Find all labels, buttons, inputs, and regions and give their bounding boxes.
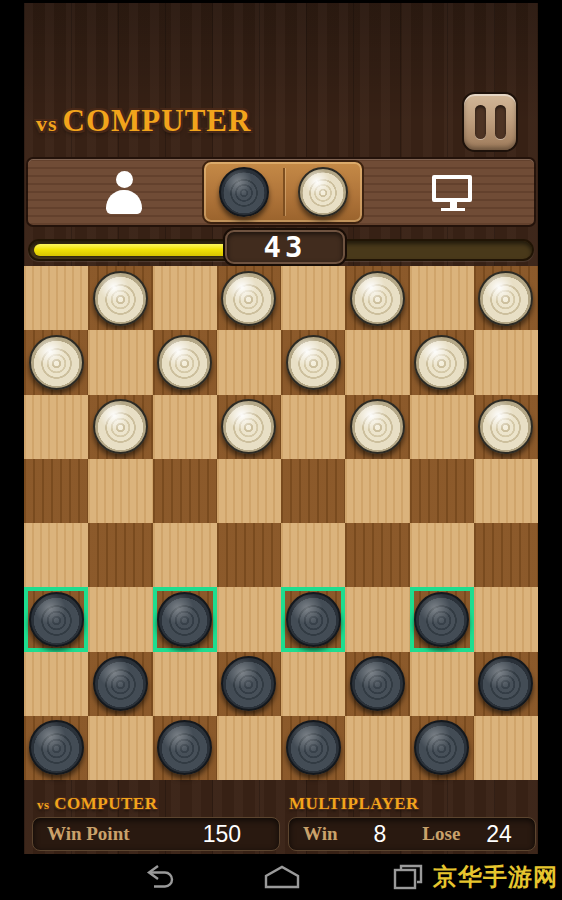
square-f4[interactable]: [345, 523, 409, 587]
back-icon[interactable]: [144, 864, 180, 890]
pause-icon: [495, 105, 506, 139]
checker-white-man[interactable]: [478, 399, 533, 454]
checker-white-man[interactable]: [93, 271, 148, 326]
square-a4[interactable]: [24, 523, 88, 587]
square-g7[interactable]: [410, 330, 474, 394]
square-h2[interactable]: [474, 652, 538, 716]
dark-checker-indicator: [219, 167, 269, 217]
square-h8[interactable]: [474, 266, 538, 330]
checker-dark-man[interactable]: [478, 656, 533, 711]
checker-white-man[interactable]: [350, 271, 405, 326]
checker-dark-man[interactable]: [286, 720, 341, 775]
square-b3[interactable]: [88, 587, 152, 651]
pause-button[interactable]: [462, 92, 518, 152]
square-c2[interactable]: [153, 652, 217, 716]
square-a2[interactable]: [24, 652, 88, 716]
square-b1[interactable]: [88, 716, 152, 780]
square-c7[interactable]: [153, 330, 217, 394]
square-g2[interactable]: [410, 652, 474, 716]
vs-computer-label: vs COMPUTER: [37, 794, 157, 814]
square-h1[interactable]: [474, 716, 538, 780]
turn-piece-selector[interactable]: [202, 160, 364, 224]
square-c1[interactable]: [153, 716, 217, 780]
square-d6[interactable]: [217, 395, 281, 459]
white-checker-indicator: [298, 167, 348, 217]
square-a5[interactable]: [24, 459, 88, 523]
square-d1[interactable]: [217, 716, 281, 780]
android-navbar: 京华手游网: [0, 854, 562, 900]
win-label: Win: [303, 823, 338, 845]
checker-dark-man[interactable]: [286, 592, 341, 647]
pause-icon: [475, 105, 486, 139]
square-c5[interactable]: [153, 459, 217, 523]
lose-label: Lose: [422, 823, 460, 845]
board: [24, 266, 538, 780]
square-b8[interactable]: [88, 266, 152, 330]
checker-dark-man[interactable]: [29, 720, 84, 775]
square-e4[interactable]: [281, 523, 345, 587]
home-icon[interactable]: [263, 865, 301, 889]
square-e7[interactable]: [281, 330, 345, 394]
checker-dark-man[interactable]: [414, 592, 469, 647]
win-point-value: 150: [203, 821, 241, 848]
selector-divider: [283, 168, 285, 216]
square-d7[interactable]: [217, 330, 281, 394]
watermark: 京华手游网: [433, 861, 558, 893]
square-e8[interactable]: [281, 266, 345, 330]
timer-value: 43: [264, 233, 307, 262]
square-c4[interactable]: [153, 523, 217, 587]
square-a7[interactable]: [24, 330, 88, 394]
human-player-icon: [102, 171, 146, 217]
checker-dark-man[interactable]: [221, 656, 276, 711]
checker-dark-man[interactable]: [29, 592, 84, 647]
checker-dark-man[interactable]: [350, 656, 405, 711]
square-g3[interactable]: [410, 587, 474, 651]
square-a3[interactable]: [24, 587, 88, 651]
title-name: COMPUTER: [63, 103, 252, 138]
square-d8[interactable]: [217, 266, 281, 330]
win-point-panel: Win Point 150: [32, 817, 280, 851]
square-f2[interactable]: [345, 652, 409, 716]
square-h3[interactable]: [474, 587, 538, 651]
square-f6[interactable]: [345, 395, 409, 459]
lose-value: 24: [486, 821, 512, 848]
checker-white-man[interactable]: [93, 399, 148, 454]
square-g6[interactable]: [410, 395, 474, 459]
square-b2[interactable]: [88, 652, 152, 716]
square-e3[interactable]: [281, 587, 345, 651]
square-b4[interactable]: [88, 523, 152, 587]
square-f3[interactable]: [345, 587, 409, 651]
computer-player-icon: [432, 175, 474, 215]
square-d4[interactable]: [217, 523, 281, 587]
square-h7[interactable]: [474, 330, 538, 394]
square-g1[interactable]: [410, 716, 474, 780]
checker-dark-man[interactable]: [157, 720, 212, 775]
screen: vs COMPUTER: [0, 0, 562, 900]
square-c3[interactable]: [153, 587, 217, 651]
square-h4[interactable]: [474, 523, 538, 587]
win-value: 8: [374, 821, 387, 848]
square-a8[interactable]: [24, 266, 88, 330]
square-g5[interactable]: [410, 459, 474, 523]
wood-background: vs COMPUTER: [24, 3, 538, 854]
square-d5[interactable]: [217, 459, 281, 523]
square-f7[interactable]: [345, 330, 409, 394]
square-h6[interactable]: [474, 395, 538, 459]
checker-dark-man[interactable]: [157, 592, 212, 647]
square-g4[interactable]: [410, 523, 474, 587]
timer-badge: 43: [225, 230, 345, 264]
players-bar: [26, 157, 536, 227]
timer-fill: [34, 244, 230, 256]
square-c8[interactable]: [153, 266, 217, 330]
checker-white-man[interactable]: [350, 399, 405, 454]
square-e5[interactable]: [281, 459, 345, 523]
square-g8[interactable]: [410, 266, 474, 330]
square-d3[interactable]: [217, 587, 281, 651]
checker-white-man[interactable]: [478, 271, 533, 326]
checker-white-man[interactable]: [221, 399, 276, 454]
square-e2[interactable]: [281, 652, 345, 716]
square-f5[interactable]: [345, 459, 409, 523]
square-h5[interactable]: [474, 459, 538, 523]
title-prefix: vs: [36, 111, 58, 136]
square-a1[interactable]: [24, 716, 88, 780]
checker-white-man[interactable]: [286, 335, 341, 390]
square-a6[interactable]: [24, 395, 88, 459]
checker-white-man[interactable]: [414, 335, 469, 390]
checker-white-man[interactable]: [29, 335, 84, 390]
checker-dark-man[interactable]: [93, 656, 148, 711]
checker-dark-man[interactable]: [414, 720, 469, 775]
checker-white-man[interactable]: [221, 271, 276, 326]
square-f1[interactable]: [345, 716, 409, 780]
square-b5[interactable]: [88, 459, 152, 523]
square-c6[interactable]: [153, 395, 217, 459]
multiplayer-label: MULTIPLAYER: [289, 794, 419, 814]
square-e1[interactable]: [281, 716, 345, 780]
recents-icon[interactable]: [393, 864, 423, 890]
square-d2[interactable]: [217, 652, 281, 716]
square-b7[interactable]: [88, 330, 152, 394]
win-lose-panel: Win 8 Lose 24: [288, 817, 536, 851]
square-e6[interactable]: [281, 395, 345, 459]
square-b6[interactable]: [88, 395, 152, 459]
square-f8[interactable]: [345, 266, 409, 330]
win-point-label: Win Point: [47, 823, 130, 845]
page-title: vs COMPUTER: [36, 103, 251, 139]
checker-white-man[interactable]: [157, 335, 212, 390]
